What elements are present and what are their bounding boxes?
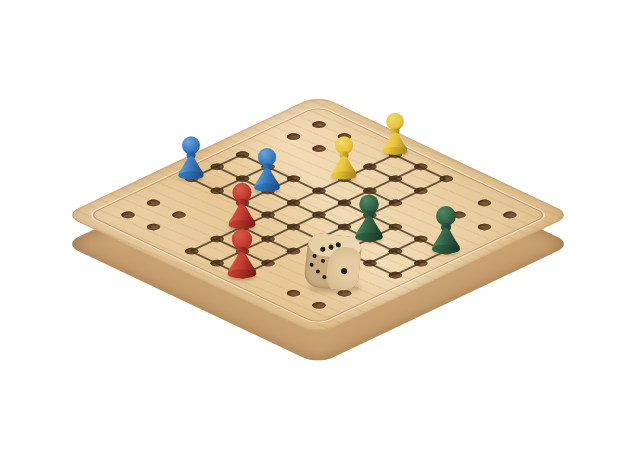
pawn-base — [355, 233, 382, 242]
die-pip-top — [336, 242, 341, 247]
pawn-base — [331, 171, 356, 179]
die-showing-3[interactable] — [304, 232, 363, 291]
pawn-blue-1[interactable] — [176, 136, 205, 179]
pawn-yellow-2[interactable] — [380, 113, 408, 155]
pawn-green-2[interactable] — [430, 206, 462, 254]
pawn-base — [254, 183, 280, 191]
die-pip-left — [316, 269, 320, 273]
pawn-base — [178, 171, 203, 179]
die-pip-top — [320, 247, 325, 252]
pawn-base — [228, 220, 255, 229]
pawn-base — [432, 245, 460, 254]
pawn-base — [227, 269, 256, 278]
die-pip-left — [321, 259, 325, 263]
pawn-green-1[interactable] — [353, 195, 384, 242]
pawn-red-2[interactable] — [225, 230, 258, 279]
die-pip-left — [313, 254, 317, 258]
die-pip-left — [310, 263, 314, 267]
pawn-base — [382, 147, 407, 155]
pawn-yellow-1[interactable] — [329, 136, 358, 179]
ludo-board — [63, 95, 572, 336]
die-pip-top — [329, 245, 334, 250]
photo-stage — [0, 0, 640, 461]
pawn-red-1[interactable] — [226, 183, 257, 229]
